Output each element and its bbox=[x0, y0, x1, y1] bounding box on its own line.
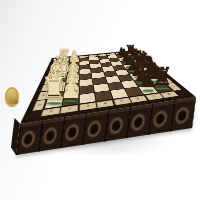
coordinate-tab: 8 bbox=[160, 91, 178, 98]
square-h4 bbox=[95, 91, 112, 101]
square-h3 bbox=[80, 93, 96, 104]
chess-set-photo: 12345678 12345678 abcdefgh abcdefgh ♜♞♝♛… bbox=[0, 0, 200, 200]
square-h2 bbox=[63, 95, 79, 106]
square-h1 bbox=[45, 97, 63, 109]
